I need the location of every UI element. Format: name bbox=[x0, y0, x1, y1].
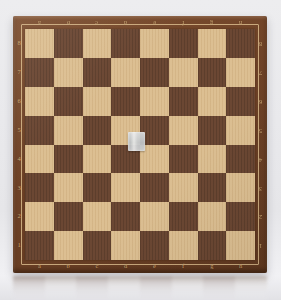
file-label-g: g bbox=[210, 19, 213, 26]
file-label-e: e bbox=[153, 19, 156, 26]
file-label-b: b bbox=[67, 263, 70, 270]
square-f5[interactable] bbox=[169, 116, 198, 145]
square-b7[interactable] bbox=[54, 58, 83, 87]
rank-label-8: 8 bbox=[259, 40, 262, 47]
square-h2[interactable] bbox=[226, 202, 255, 231]
file-labels-top: abcdefgh bbox=[25, 16, 255, 29]
rank-label-6: 6 bbox=[17, 98, 20, 105]
square-c7[interactable] bbox=[83, 58, 112, 87]
square-g1[interactable] bbox=[198, 231, 227, 260]
square-g2[interactable] bbox=[198, 202, 227, 231]
square-g4[interactable] bbox=[198, 145, 227, 174]
file-label-a: a bbox=[38, 263, 41, 270]
square-f4[interactable] bbox=[169, 145, 198, 174]
square-g7[interactable] bbox=[198, 58, 227, 87]
square-a1[interactable] bbox=[25, 231, 54, 260]
square-a8[interactable] bbox=[25, 29, 54, 58]
square-e1[interactable] bbox=[140, 231, 169, 260]
square-d8[interactable] bbox=[111, 29, 140, 58]
square-h8[interactable] bbox=[226, 29, 255, 58]
file-label-g: g bbox=[210, 263, 213, 270]
square-a7[interactable] bbox=[25, 58, 54, 87]
square-b2[interactable] bbox=[54, 202, 83, 231]
square-b8[interactable] bbox=[54, 29, 83, 58]
square-b6[interactable] bbox=[54, 87, 83, 116]
rank-label-7: 7 bbox=[17, 69, 20, 76]
square-a2[interactable] bbox=[25, 202, 54, 231]
rank-label-1: 1 bbox=[259, 242, 262, 249]
square-c6[interactable] bbox=[83, 87, 112, 116]
square-g3[interactable] bbox=[198, 173, 227, 202]
square-h1[interactable] bbox=[226, 231, 255, 260]
rank-label-4: 4 bbox=[259, 156, 262, 163]
rank-label-7: 7 bbox=[259, 69, 262, 76]
square-h7[interactable] bbox=[226, 58, 255, 87]
file-label-e: e bbox=[153, 263, 156, 270]
square-f1[interactable] bbox=[169, 231, 198, 260]
square-f3[interactable] bbox=[169, 173, 198, 202]
square-f8[interactable] bbox=[169, 29, 198, 58]
rank-label-2: 2 bbox=[17, 213, 20, 220]
square-f2[interactable] bbox=[169, 202, 198, 231]
rank-label-5: 5 bbox=[259, 127, 262, 134]
rank-label-3: 3 bbox=[259, 185, 262, 192]
square-c5[interactable] bbox=[83, 116, 112, 145]
square-h4[interactable] bbox=[226, 145, 255, 174]
file-label-h: h bbox=[239, 19, 242, 26]
square-f7[interactable] bbox=[169, 58, 198, 87]
file-labels-bottom: abcdefgh bbox=[25, 260, 255, 273]
square-e3[interactable] bbox=[140, 173, 169, 202]
square-f6[interactable] bbox=[169, 87, 198, 116]
square-c1[interactable] bbox=[83, 231, 112, 260]
square-e8[interactable] bbox=[140, 29, 169, 58]
file-label-a: a bbox=[38, 19, 41, 26]
square-c8[interactable] bbox=[83, 29, 112, 58]
square-h5[interactable] bbox=[226, 116, 255, 145]
square-a5[interactable] bbox=[25, 116, 54, 145]
chess-board: abcdefgh abcdefgh 87654321 87654321 bbox=[13, 16, 267, 273]
file-label-d: d bbox=[124, 19, 127, 26]
square-a4[interactable] bbox=[25, 145, 54, 174]
square-b4[interactable] bbox=[54, 145, 83, 174]
file-label-c: c bbox=[95, 263, 98, 270]
square-g6[interactable] bbox=[198, 87, 227, 116]
rank-label-1: 1 bbox=[17, 242, 20, 249]
file-label-b: b bbox=[67, 19, 70, 26]
board-reflection bbox=[13, 276, 267, 300]
square-b1[interactable] bbox=[54, 231, 83, 260]
file-label-h: h bbox=[239, 263, 242, 270]
square-d2[interactable] bbox=[111, 202, 140, 231]
square-b3[interactable] bbox=[54, 173, 83, 202]
rank-label-8: 8 bbox=[17, 40, 20, 47]
rank-label-3: 3 bbox=[17, 185, 20, 192]
square-c2[interactable] bbox=[83, 202, 112, 231]
square-h3[interactable] bbox=[226, 173, 255, 202]
square-e2[interactable] bbox=[140, 202, 169, 231]
rank-labels-left: 87654321 bbox=[13, 29, 25, 260]
square-g8[interactable] bbox=[198, 29, 227, 58]
rank-labels-right: 87654321 bbox=[255, 29, 267, 260]
square-c3[interactable] bbox=[83, 173, 112, 202]
file-label-f: f bbox=[182, 263, 184, 270]
square-e6[interactable] bbox=[140, 87, 169, 116]
square-d6[interactable] bbox=[111, 87, 140, 116]
rank-label-2: 2 bbox=[259, 213, 262, 220]
square-a3[interactable] bbox=[25, 173, 54, 202]
square-d1[interactable] bbox=[111, 231, 140, 260]
file-label-c: c bbox=[95, 19, 98, 26]
square-e7[interactable] bbox=[140, 58, 169, 87]
rank-label-4: 4 bbox=[17, 156, 20, 163]
rank-label-5: 5 bbox=[17, 127, 20, 134]
square-h6[interactable] bbox=[226, 87, 255, 116]
square-d3[interactable] bbox=[111, 173, 140, 202]
rank-label-6: 6 bbox=[259, 98, 262, 105]
center-emblem bbox=[128, 132, 145, 151]
product-photo-scene: abcdefgh abcdefgh 87654321 87654321 bbox=[0, 0, 281, 300]
square-g5[interactable] bbox=[198, 116, 227, 145]
square-b5[interactable] bbox=[54, 116, 83, 145]
square-c4[interactable] bbox=[83, 145, 112, 174]
file-label-d: d bbox=[124, 263, 127, 270]
square-a6[interactable] bbox=[25, 87, 54, 116]
square-d7[interactable] bbox=[111, 58, 140, 87]
file-label-f: f bbox=[182, 19, 184, 26]
